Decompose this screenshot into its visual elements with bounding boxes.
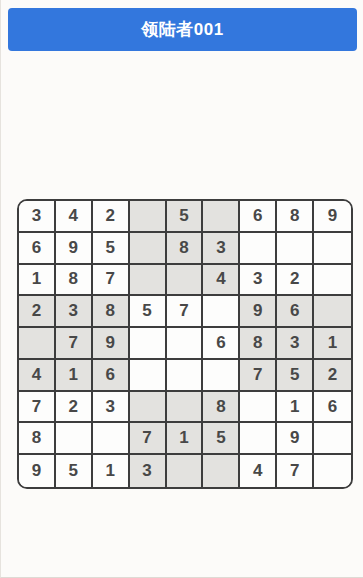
sudoku-board: 3425689695831874322385796796831416752723…	[17, 199, 353, 489]
cell-r2c6[interactable]: 3	[203, 233, 240, 265]
cell-r9c8[interactable]: 7	[277, 455, 314, 487]
cell-r4c1[interactable]: 2	[19, 296, 56, 328]
cell-r1c6[interactable]	[203, 201, 240, 233]
app-title: 领陆者001	[141, 18, 223, 41]
cell-r9c1[interactable]: 9	[19, 455, 56, 487]
cell-r2c7[interactable]	[240, 233, 277, 265]
cell-r4c6[interactable]	[203, 296, 240, 328]
cell-r7c3[interactable]: 3	[93, 392, 130, 424]
cell-r3c2[interactable]: 8	[56, 265, 93, 297]
cell-r7c6[interactable]: 8	[203, 392, 240, 424]
cell-r5c9[interactable]: 1	[314, 328, 351, 360]
cell-r3c5[interactable]	[167, 265, 204, 297]
cell-r6c6[interactable]	[203, 360, 240, 392]
cell-r1c3[interactable]: 2	[93, 201, 130, 233]
cell-r2c1[interactable]: 6	[19, 233, 56, 265]
cell-r7c8[interactable]: 1	[277, 392, 314, 424]
cell-r1c9[interactable]: 9	[314, 201, 351, 233]
cell-r4c9[interactable]	[314, 296, 351, 328]
cell-r9c5[interactable]	[167, 455, 204, 487]
cell-r5c2[interactable]: 7	[56, 328, 93, 360]
cell-r4c2[interactable]: 3	[56, 296, 93, 328]
cell-r8c2[interactable]	[56, 423, 93, 455]
cell-r3c8[interactable]: 2	[277, 265, 314, 297]
cell-r2c9[interactable]	[314, 233, 351, 265]
cell-r5c5[interactable]	[167, 328, 204, 360]
cell-r9c2[interactable]: 5	[56, 455, 93, 487]
cell-r2c2[interactable]: 9	[56, 233, 93, 265]
cell-r8c9[interactable]	[314, 423, 351, 455]
cell-r9c6[interactable]	[203, 455, 240, 487]
cell-r3c4[interactable]	[130, 265, 167, 297]
cell-r1c4[interactable]	[130, 201, 167, 233]
cell-r5c6[interactable]: 6	[203, 328, 240, 360]
cell-r3c3[interactable]: 7	[93, 265, 130, 297]
cell-r4c5[interactable]: 7	[167, 296, 204, 328]
cell-r5c1[interactable]	[19, 328, 56, 360]
cell-r7c5[interactable]	[167, 392, 204, 424]
cell-r8c7[interactable]	[240, 423, 277, 455]
cell-r6c8[interactable]: 5	[277, 360, 314, 392]
cell-r5c8[interactable]: 3	[277, 328, 314, 360]
cell-r8c6[interactable]: 5	[203, 423, 240, 455]
cell-r3c7[interactable]: 3	[240, 265, 277, 297]
cell-r6c9[interactable]: 2	[314, 360, 351, 392]
cell-r1c8[interactable]: 8	[277, 201, 314, 233]
cell-r4c7[interactable]: 9	[240, 296, 277, 328]
cell-r1c5[interactable]: 5	[167, 201, 204, 233]
cell-r1c2[interactable]: 4	[56, 201, 93, 233]
cell-r7c7[interactable]	[240, 392, 277, 424]
cell-r6c5[interactable]	[167, 360, 204, 392]
cell-r7c9[interactable]: 6	[314, 392, 351, 424]
cell-r6c7[interactable]: 7	[240, 360, 277, 392]
cell-r7c1[interactable]: 7	[19, 392, 56, 424]
cell-r9c7[interactable]: 4	[240, 455, 277, 487]
cell-r1c7[interactable]: 6	[240, 201, 277, 233]
cell-r6c3[interactable]: 6	[93, 360, 130, 392]
cell-r8c4[interactable]: 7	[130, 423, 167, 455]
cell-r4c8[interactable]: 6	[277, 296, 314, 328]
cell-r7c4[interactable]	[130, 392, 167, 424]
cell-r3c9[interactable]	[314, 265, 351, 297]
cell-r9c3[interactable]: 1	[93, 455, 130, 487]
cell-r1c1[interactable]: 3	[19, 201, 56, 233]
cell-r2c3[interactable]: 5	[93, 233, 130, 265]
cell-r8c3[interactable]	[93, 423, 130, 455]
cell-r4c3[interactable]: 8	[93, 296, 130, 328]
app-header: 领陆者001	[8, 8, 357, 51]
cell-r3c1[interactable]: 1	[19, 265, 56, 297]
cell-r6c2[interactable]: 1	[56, 360, 93, 392]
cell-r9c9[interactable]	[314, 455, 351, 487]
cell-r2c8[interactable]	[277, 233, 314, 265]
cell-r5c3[interactable]: 9	[93, 328, 130, 360]
cell-r3c6[interactable]: 4	[203, 265, 240, 297]
cell-r4c4[interactable]: 5	[130, 296, 167, 328]
cell-r8c5[interactable]: 1	[167, 423, 204, 455]
cell-r5c7[interactable]: 8	[240, 328, 277, 360]
cell-r8c1[interactable]: 8	[19, 423, 56, 455]
cell-r7c2[interactable]: 2	[56, 392, 93, 424]
cell-r8c8[interactable]: 9	[277, 423, 314, 455]
cell-r6c4[interactable]	[130, 360, 167, 392]
app-screen: 领陆者001 342568969583187432238579679683141…	[0, 0, 363, 578]
cell-r5c4[interactable]	[130, 328, 167, 360]
cell-r2c5[interactable]: 8	[167, 233, 204, 265]
cell-r6c1[interactable]: 4	[19, 360, 56, 392]
cell-r9c4[interactable]: 3	[130, 455, 167, 487]
cell-r2c4[interactable]	[130, 233, 167, 265]
